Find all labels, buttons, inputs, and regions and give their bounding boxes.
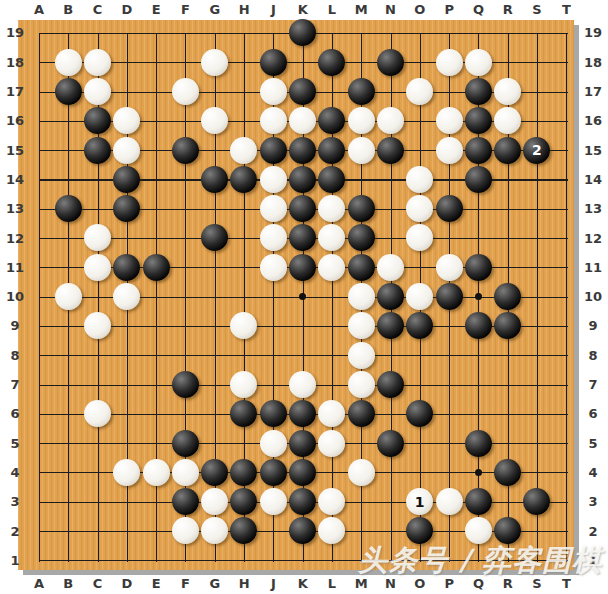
board-cell-E10[interactable] (142, 282, 171, 311)
board-cell-Q11[interactable] (464, 253, 493, 282)
board-cell-C2[interactable] (83, 516, 112, 545)
board-cell-T19[interactable] (552, 18, 581, 47)
board-cell-H12[interactable] (229, 223, 258, 252)
board-cell-O12[interactable] (405, 223, 434, 252)
board-cell-H11[interactable] (229, 253, 258, 282)
board-cell-D3[interactable] (112, 487, 141, 516)
board-cell-A10[interactable] (24, 282, 53, 311)
board-cell-N1[interactable] (376, 546, 405, 575)
board-cell-J2[interactable] (259, 516, 288, 545)
board-cell-E1[interactable] (142, 546, 171, 575)
board-cell-E17[interactable] (142, 77, 171, 106)
board-cell-J12[interactable] (259, 223, 288, 252)
board-cell-P6[interactable] (435, 399, 464, 428)
board-cell-C5[interactable] (83, 429, 112, 458)
board-cell-A8[interactable] (24, 341, 53, 370)
board-cell-L2[interactable] (317, 516, 346, 545)
board-cell-J15[interactable] (259, 136, 288, 165)
board-cell-T3[interactable] (552, 487, 581, 516)
board-cell-L8[interactable] (317, 341, 346, 370)
board-cell-A4[interactable] (24, 458, 53, 487)
board-cell-R15[interactable] (493, 136, 522, 165)
board-cell-L17[interactable] (317, 77, 346, 106)
board-cell-A17[interactable] (24, 77, 53, 106)
board-cell-C12[interactable] (83, 223, 112, 252)
board-cell-E8[interactable] (142, 341, 171, 370)
board-cell-N6[interactable] (376, 399, 405, 428)
board-cell-M14[interactable] (347, 165, 376, 194)
board-cell-N12[interactable] (376, 223, 405, 252)
board-cell-H9[interactable] (229, 311, 258, 340)
board-cell-D14[interactable] (112, 165, 141, 194)
board-cell-O10[interactable] (405, 282, 434, 311)
board-cell-E2[interactable] (142, 516, 171, 545)
board-cell-L5[interactable] (317, 429, 346, 458)
board-cell-C13[interactable] (83, 194, 112, 223)
board-cell-H10[interactable] (229, 282, 258, 311)
board-cell-G6[interactable] (200, 399, 229, 428)
board-cell-Q1[interactable] (464, 546, 493, 575)
board-cell-F11[interactable] (171, 253, 200, 282)
board-cell-F17[interactable] (171, 77, 200, 106)
board-cell-Q8[interactable] (464, 341, 493, 370)
board-cell-N8[interactable] (376, 341, 405, 370)
board-cell-P4[interactable] (435, 458, 464, 487)
board-cell-H7[interactable] (229, 370, 258, 399)
board-cell-F16[interactable] (171, 106, 200, 135)
board-cell-R13[interactable] (493, 194, 522, 223)
board-cell-C4[interactable] (83, 458, 112, 487)
board-cell-G10[interactable] (200, 282, 229, 311)
board-cell-T8[interactable] (552, 341, 581, 370)
board-cell-S2[interactable] (522, 516, 551, 545)
board-cell-K17[interactable] (288, 77, 317, 106)
board-cell-B4[interactable] (54, 458, 83, 487)
board-cell-A1[interactable] (24, 546, 53, 575)
board-cell-F14[interactable] (171, 165, 200, 194)
board-cell-B7[interactable] (54, 370, 83, 399)
board-cell-K4[interactable] (288, 458, 317, 487)
board-cell-G8[interactable] (200, 341, 229, 370)
board-cell-S15[interactable]: 2 (522, 136, 551, 165)
board-cell-L15[interactable] (317, 136, 346, 165)
board-cell-S8[interactable] (522, 341, 551, 370)
board-cell-J6[interactable] (259, 399, 288, 428)
board-cell-O16[interactable] (405, 106, 434, 135)
board-cell-H2[interactable] (229, 516, 258, 545)
board-cell-R16[interactable] (493, 106, 522, 135)
board-cell-K5[interactable] (288, 429, 317, 458)
board-cell-C8[interactable] (83, 341, 112, 370)
board-cell-F15[interactable] (171, 136, 200, 165)
board-cell-N7[interactable] (376, 370, 405, 399)
board-cell-H18[interactable] (229, 48, 258, 77)
board-cell-Q2[interactable] (464, 516, 493, 545)
board-cell-M5[interactable] (347, 429, 376, 458)
board-cell-G4[interactable] (200, 458, 229, 487)
board-cell-G12[interactable] (200, 223, 229, 252)
board-cell-D1[interactable] (112, 546, 141, 575)
board-cell-K14[interactable] (288, 165, 317, 194)
board-cell-T7[interactable] (552, 370, 581, 399)
board-cell-S14[interactable] (522, 165, 551, 194)
board-cell-K12[interactable] (288, 223, 317, 252)
board-cell-B6[interactable] (54, 399, 83, 428)
board-cell-S4[interactable] (522, 458, 551, 487)
board-cell-J19[interactable] (259, 18, 288, 47)
board-cell-K1[interactable] (288, 546, 317, 575)
board-cell-N17[interactable] (376, 77, 405, 106)
board-cell-S12[interactable] (522, 223, 551, 252)
board-cell-Q16[interactable] (464, 106, 493, 135)
board-cell-N11[interactable] (376, 253, 405, 282)
board-cell-A5[interactable] (24, 429, 53, 458)
board-cell-P14[interactable] (435, 165, 464, 194)
board-cell-S19[interactable] (522, 18, 551, 47)
board-cell-G7[interactable] (200, 370, 229, 399)
board-cell-L4[interactable] (317, 458, 346, 487)
board-cell-A2[interactable] (24, 516, 53, 545)
board-cell-B8[interactable] (54, 341, 83, 370)
board-cell-R3[interactable] (493, 487, 522, 516)
board-cell-M4[interactable] (347, 458, 376, 487)
board-cell-M15[interactable] (347, 136, 376, 165)
board-cell-Q17[interactable] (464, 77, 493, 106)
board-cell-G3[interactable] (200, 487, 229, 516)
board-cell-S6[interactable] (522, 399, 551, 428)
board-cell-P19[interactable] (435, 18, 464, 47)
board-cell-K8[interactable] (288, 341, 317, 370)
board-cell-H16[interactable] (229, 106, 258, 135)
board-cell-P13[interactable] (435, 194, 464, 223)
board-cell-G14[interactable] (200, 165, 229, 194)
board-cell-Q15[interactable] (464, 136, 493, 165)
board-cell-J8[interactable] (259, 341, 288, 370)
board-cell-F3[interactable] (171, 487, 200, 516)
board-cell-L16[interactable] (317, 106, 346, 135)
board-cell-N13[interactable] (376, 194, 405, 223)
board-cell-N4[interactable] (376, 458, 405, 487)
board-cell-T13[interactable] (552, 194, 581, 223)
board-cell-K9[interactable] (288, 311, 317, 340)
board-cell-S16[interactable] (522, 106, 551, 135)
board-cell-E13[interactable] (142, 194, 171, 223)
board-cell-S5[interactable] (522, 429, 551, 458)
board-cell-O13[interactable] (405, 194, 434, 223)
board-cell-N3[interactable] (376, 487, 405, 516)
board-cell-E16[interactable] (142, 106, 171, 135)
board-cell-Q9[interactable] (464, 311, 493, 340)
board-cell-L14[interactable] (317, 165, 346, 194)
board-cell-P10[interactable] (435, 282, 464, 311)
board-cell-C9[interactable] (83, 311, 112, 340)
board-cell-M10[interactable] (347, 282, 376, 311)
board-cell-F4[interactable] (171, 458, 200, 487)
board-cell-D19[interactable] (112, 18, 141, 47)
board-cell-Q7[interactable] (464, 370, 493, 399)
board-cell-L7[interactable] (317, 370, 346, 399)
board-cell-E19[interactable] (142, 18, 171, 47)
board-cell-R2[interactable] (493, 516, 522, 545)
board-cell-T16[interactable] (552, 106, 581, 135)
board-cell-P15[interactable] (435, 136, 464, 165)
board-cell-F6[interactable] (171, 399, 200, 428)
board-cell-M18[interactable] (347, 48, 376, 77)
board-cell-E14[interactable] (142, 165, 171, 194)
board-cell-K13[interactable] (288, 194, 317, 223)
board-cell-D9[interactable] (112, 311, 141, 340)
board-cell-L11[interactable] (317, 253, 346, 282)
board-cell-L12[interactable] (317, 223, 346, 252)
board-cell-L18[interactable] (317, 48, 346, 77)
board-cell-K19[interactable] (288, 18, 317, 47)
board-cell-Q5[interactable] (464, 429, 493, 458)
board-cell-A11[interactable] (24, 253, 53, 282)
board-cell-L10[interactable] (317, 282, 346, 311)
board-cell-A7[interactable] (24, 370, 53, 399)
board-cell-P2[interactable] (435, 516, 464, 545)
board-cell-Q14[interactable] (464, 165, 493, 194)
board-cell-D11[interactable] (112, 253, 141, 282)
board-cell-P7[interactable] (435, 370, 464, 399)
board-cell-D13[interactable] (112, 194, 141, 223)
board-cell-P5[interactable] (435, 429, 464, 458)
board-cell-M17[interactable] (347, 77, 376, 106)
board-cell-J9[interactable] (259, 311, 288, 340)
board-cell-O11[interactable] (405, 253, 434, 282)
board-cell-F7[interactable] (171, 370, 200, 399)
board-cell-S18[interactable] (522, 48, 551, 77)
board-cell-Q12[interactable] (464, 223, 493, 252)
board-cell-A6[interactable] (24, 399, 53, 428)
board-cell-E4[interactable] (142, 458, 171, 487)
board-cell-B18[interactable] (54, 48, 83, 77)
board-cell-H15[interactable] (229, 136, 258, 165)
board-cell-C3[interactable] (83, 487, 112, 516)
board-cell-G13[interactable] (200, 194, 229, 223)
board-cell-O1[interactable] (405, 546, 434, 575)
board-cell-M1[interactable] (347, 546, 376, 575)
board-cell-S7[interactable] (522, 370, 551, 399)
board-cell-Q18[interactable] (464, 48, 493, 77)
board-cell-J11[interactable] (259, 253, 288, 282)
board-cell-N15[interactable] (376, 136, 405, 165)
board-cell-A13[interactable] (24, 194, 53, 223)
board-cell-A16[interactable] (24, 106, 53, 135)
board-cell-R8[interactable] (493, 341, 522, 370)
board-cell-G19[interactable] (200, 18, 229, 47)
board-cell-P17[interactable] (435, 77, 464, 106)
board-cell-P16[interactable] (435, 106, 464, 135)
board-cell-M13[interactable] (347, 194, 376, 223)
board-cell-P3[interactable] (435, 487, 464, 516)
board-cell-F9[interactable] (171, 311, 200, 340)
board-cell-G18[interactable] (200, 48, 229, 77)
board-cell-G15[interactable] (200, 136, 229, 165)
board-cell-J16[interactable] (259, 106, 288, 135)
board-cell-M6[interactable] (347, 399, 376, 428)
board-cell-H8[interactable] (229, 341, 258, 370)
board-cell-B11[interactable] (54, 253, 83, 282)
board-cell-E11[interactable] (142, 253, 171, 282)
board-cell-A15[interactable] (24, 136, 53, 165)
board-cell-S10[interactable] (522, 282, 551, 311)
board-cell-B15[interactable] (54, 136, 83, 165)
board-cell-O3[interactable]: 1 (405, 487, 434, 516)
board-cell-H6[interactable] (229, 399, 258, 428)
board-cell-M11[interactable] (347, 253, 376, 282)
board-cell-T17[interactable] (552, 77, 581, 106)
board-cell-A9[interactable] (24, 311, 53, 340)
board-cell-M2[interactable] (347, 516, 376, 545)
board-cell-N5[interactable] (376, 429, 405, 458)
board-cell-D4[interactable] (112, 458, 141, 487)
board-cell-D15[interactable] (112, 136, 141, 165)
board-cell-R1[interactable] (493, 546, 522, 575)
board-cell-E6[interactable] (142, 399, 171, 428)
board-cell-C17[interactable] (83, 77, 112, 106)
board-cell-L1[interactable] (317, 546, 346, 575)
board-cell-A12[interactable] (24, 223, 53, 252)
board-cell-R12[interactable] (493, 223, 522, 252)
board-cell-C1[interactable] (83, 546, 112, 575)
board-cell-B1[interactable] (54, 546, 83, 575)
board-cell-B3[interactable] (54, 487, 83, 516)
board-cell-G9[interactable] (200, 311, 229, 340)
board-cell-G5[interactable] (200, 429, 229, 458)
board-cell-B16[interactable] (54, 106, 83, 135)
board-cell-P18[interactable] (435, 48, 464, 77)
board-cell-C10[interactable] (83, 282, 112, 311)
board-cell-Q13[interactable] (464, 194, 493, 223)
board-cell-H17[interactable] (229, 77, 258, 106)
board-cell-E9[interactable] (142, 311, 171, 340)
board-cell-C18[interactable] (83, 48, 112, 77)
board-cell-O7[interactable] (405, 370, 434, 399)
board-cell-R4[interactable] (493, 458, 522, 487)
board-cell-T12[interactable] (552, 223, 581, 252)
board-cell-K18[interactable] (288, 48, 317, 77)
board-cell-B9[interactable] (54, 311, 83, 340)
board-cell-B17[interactable] (54, 77, 83, 106)
board-cell-K10[interactable] (288, 282, 317, 311)
board-cell-F19[interactable] (171, 18, 200, 47)
board-cell-N19[interactable] (376, 18, 405, 47)
board-cell-J7[interactable] (259, 370, 288, 399)
board-cell-M12[interactable] (347, 223, 376, 252)
board-cell-T4[interactable] (552, 458, 581, 487)
board-cell-S9[interactable] (522, 311, 551, 340)
board-cell-F2[interactable] (171, 516, 200, 545)
board-cell-B13[interactable] (54, 194, 83, 223)
board-cell-O8[interactable] (405, 341, 434, 370)
board-cell-F12[interactable] (171, 223, 200, 252)
board-cell-E7[interactable] (142, 370, 171, 399)
board-cell-B5[interactable] (54, 429, 83, 458)
board-cell-K2[interactable] (288, 516, 317, 545)
board-cell-R19[interactable] (493, 18, 522, 47)
board-cell-O17[interactable] (405, 77, 434, 106)
board-cell-O6[interactable] (405, 399, 434, 428)
board-cell-C15[interactable] (83, 136, 112, 165)
board-cell-G1[interactable] (200, 546, 229, 575)
board-cell-C16[interactable] (83, 106, 112, 135)
board-cell-B12[interactable] (54, 223, 83, 252)
board-cell-G17[interactable] (200, 77, 229, 106)
board-cell-E12[interactable] (142, 223, 171, 252)
board-cell-R10[interactable] (493, 282, 522, 311)
board-cell-C19[interactable] (83, 18, 112, 47)
board-cell-T2[interactable] (552, 516, 581, 545)
board-cell-H3[interactable] (229, 487, 258, 516)
board-cell-R5[interactable] (493, 429, 522, 458)
board-cell-J18[interactable] (259, 48, 288, 77)
board-cell-G16[interactable] (200, 106, 229, 135)
board-cell-K16[interactable] (288, 106, 317, 135)
board-cell-O9[interactable] (405, 311, 434, 340)
board-cell-P9[interactable] (435, 311, 464, 340)
board-cell-J13[interactable] (259, 194, 288, 223)
board-cell-E15[interactable] (142, 136, 171, 165)
board-cell-P1[interactable] (435, 546, 464, 575)
board-cell-Q19[interactable] (464, 18, 493, 47)
board-cell-T15[interactable] (552, 136, 581, 165)
board-cell-N9[interactable] (376, 311, 405, 340)
board-cell-N2[interactable] (376, 516, 405, 545)
board-cell-L3[interactable] (317, 487, 346, 516)
board-cell-B19[interactable] (54, 18, 83, 47)
board-cell-N16[interactable] (376, 106, 405, 135)
board-cell-T5[interactable] (552, 429, 581, 458)
board-cell-R7[interactable] (493, 370, 522, 399)
board-cell-T11[interactable] (552, 253, 581, 282)
board-cell-S13[interactable] (522, 194, 551, 223)
board-cell-E18[interactable] (142, 48, 171, 77)
board-cell-F1[interactable] (171, 546, 200, 575)
board-cell-K3[interactable] (288, 487, 317, 516)
board-cell-H19[interactable] (229, 18, 258, 47)
board-cell-M9[interactable] (347, 311, 376, 340)
board-cell-M16[interactable] (347, 106, 376, 135)
board-cell-A18[interactable] (24, 48, 53, 77)
board-cell-O4[interactable] (405, 458, 434, 487)
board-cell-N18[interactable] (376, 48, 405, 77)
board-cell-T10[interactable] (552, 282, 581, 311)
board-cell-N14[interactable] (376, 165, 405, 194)
board-cell-B2[interactable] (54, 516, 83, 545)
board-cell-Q10[interactable] (464, 282, 493, 311)
board-cell-D10[interactable] (112, 282, 141, 311)
board-cell-C7[interactable] (83, 370, 112, 399)
board-cell-M19[interactable] (347, 18, 376, 47)
board-cell-T18[interactable] (552, 48, 581, 77)
board-cell-D6[interactable] (112, 399, 141, 428)
board-cell-M3[interactable] (347, 487, 376, 516)
board-cell-S17[interactable] (522, 77, 551, 106)
board-cell-H5[interactable] (229, 429, 258, 458)
board-cell-P11[interactable] (435, 253, 464, 282)
board-cell-L6[interactable] (317, 399, 346, 428)
board-cell-L9[interactable] (317, 311, 346, 340)
board-cell-O18[interactable] (405, 48, 434, 77)
board-cell-H4[interactable] (229, 458, 258, 487)
board-cell-F8[interactable] (171, 341, 200, 370)
board-cell-D18[interactable] (112, 48, 141, 77)
board-cell-F5[interactable] (171, 429, 200, 458)
board-cell-J4[interactable] (259, 458, 288, 487)
board-cell-K11[interactable] (288, 253, 317, 282)
board-cell-D8[interactable] (112, 341, 141, 370)
